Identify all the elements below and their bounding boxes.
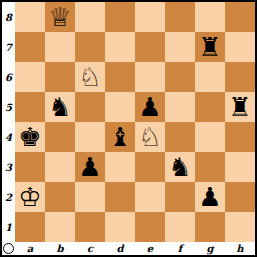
- square-c3[interactable]: ♟: [75, 152, 105, 182]
- square-b5[interactable]: ♞: [45, 92, 75, 122]
- white-queen-b8[interactable]: ♕: [48, 2, 71, 32]
- square-c1[interactable]: [75, 212, 105, 242]
- chess-board: ♕♜♘♞♟♜♚♝♘♟♞♔♟: [15, 2, 255, 242]
- square-a8[interactable]: [15, 2, 45, 32]
- rank-label-4: 4: [2, 122, 15, 152]
- square-f8[interactable]: [165, 2, 195, 32]
- black-pawn-c3[interactable]: ♟: [78, 152, 101, 182]
- square-c8[interactable]: [75, 2, 105, 32]
- square-a1[interactable]: [15, 212, 45, 242]
- rank-label-1: 1: [2, 212, 15, 242]
- square-b4[interactable]: [45, 122, 75, 152]
- black-pawn-e5[interactable]: ♟: [138, 92, 161, 122]
- black-rook-g7[interactable]: ♜: [198, 32, 221, 62]
- square-e7[interactable]: [135, 32, 165, 62]
- black-pawn-g2[interactable]: ♟: [198, 182, 221, 212]
- square-f7[interactable]: [165, 32, 195, 62]
- square-g6[interactable]: [195, 62, 225, 92]
- file-label-d: d: [105, 242, 135, 255]
- file-label-a: a: [15, 242, 45, 255]
- file-label-e: e: [135, 242, 165, 255]
- rank-label-3: 3: [2, 152, 15, 182]
- square-g3[interactable]: [195, 152, 225, 182]
- square-b3[interactable]: [45, 152, 75, 182]
- white-knight-e4[interactable]: ♘: [138, 122, 161, 152]
- square-g8[interactable]: [195, 2, 225, 32]
- black-bishop-d4[interactable]: ♝: [108, 122, 131, 152]
- square-c4[interactable]: [75, 122, 105, 152]
- square-a2[interactable]: ♔: [15, 182, 45, 212]
- square-g7[interactable]: ♜: [195, 32, 225, 62]
- square-d7[interactable]: [105, 32, 135, 62]
- square-b8[interactable]: ♕: [45, 2, 75, 32]
- square-a3[interactable]: [15, 152, 45, 182]
- square-c7[interactable]: [75, 32, 105, 62]
- square-c6[interactable]: ♘: [75, 62, 105, 92]
- square-f3[interactable]: ♞: [165, 152, 195, 182]
- square-b6[interactable]: [45, 62, 75, 92]
- square-d4[interactable]: ♝: [105, 122, 135, 152]
- square-d1[interactable]: [105, 212, 135, 242]
- square-h3[interactable]: [225, 152, 255, 182]
- file-labels: abcdefgh: [15, 242, 255, 255]
- square-b1[interactable]: [45, 212, 75, 242]
- square-e3[interactable]: [135, 152, 165, 182]
- square-g2[interactable]: ♟: [195, 182, 225, 212]
- square-d8[interactable]: [105, 2, 135, 32]
- square-h6[interactable]: [225, 62, 255, 92]
- square-f5[interactable]: [165, 92, 195, 122]
- square-d3[interactable]: [105, 152, 135, 182]
- square-a5[interactable]: [15, 92, 45, 122]
- square-a7[interactable]: [15, 32, 45, 62]
- black-knight-f3[interactable]: ♞: [168, 152, 191, 182]
- square-g4[interactable]: [195, 122, 225, 152]
- rank-label-7: 7: [2, 32, 15, 62]
- square-c2[interactable]: [75, 182, 105, 212]
- black-rook-h5[interactable]: ♜: [228, 92, 251, 122]
- square-f4[interactable]: [165, 122, 195, 152]
- white-knight-c6[interactable]: ♘: [78, 62, 101, 92]
- square-h2[interactable]: [225, 182, 255, 212]
- rank-label-2: 2: [2, 182, 15, 212]
- square-e6[interactable]: [135, 62, 165, 92]
- rank-labels: 87654321: [2, 2, 15, 242]
- square-h8[interactable]: [225, 2, 255, 32]
- white-king-a2[interactable]: ♔: [18, 182, 41, 212]
- square-g5[interactable]: [195, 92, 225, 122]
- square-h7[interactable]: [225, 32, 255, 62]
- square-b2[interactable]: [45, 182, 75, 212]
- square-h5[interactable]: ♜: [225, 92, 255, 122]
- file-label-h: h: [225, 242, 255, 255]
- square-h1[interactable]: [225, 212, 255, 242]
- side-to-move-indicator: [2, 242, 15, 255]
- square-e1[interactable]: [135, 212, 165, 242]
- square-a4[interactable]: ♚: [15, 122, 45, 152]
- square-g1[interactable]: [195, 212, 225, 242]
- square-f1[interactable]: [165, 212, 195, 242]
- square-e5[interactable]: ♟: [135, 92, 165, 122]
- square-c5[interactable]: [75, 92, 105, 122]
- square-f6[interactable]: [165, 62, 195, 92]
- square-e8[interactable]: [135, 2, 165, 32]
- chess-diagram: 87654321 ♕♜♘♞♟♜♚♝♘♟♞♔♟ abcdefgh: [0, 0, 257, 257]
- square-d2[interactable]: [105, 182, 135, 212]
- rank-label-8: 8: [2, 2, 15, 32]
- square-e2[interactable]: [135, 182, 165, 212]
- file-label-f: f: [165, 242, 195, 255]
- rank-label-6: 6: [2, 62, 15, 92]
- file-label-c: c: [75, 242, 105, 255]
- square-a6[interactable]: [15, 62, 45, 92]
- square-d6[interactable]: [105, 62, 135, 92]
- black-knight-b5[interactable]: ♞: [48, 92, 71, 122]
- square-b7[interactable]: [45, 32, 75, 62]
- white-to-move-circle-icon: [3, 243, 14, 254]
- black-king-a4[interactable]: ♚: [18, 122, 41, 152]
- square-d5[interactable]: [105, 92, 135, 122]
- rank-label-5: 5: [2, 92, 15, 122]
- square-f2[interactable]: [165, 182, 195, 212]
- square-h4[interactable]: [225, 122, 255, 152]
- square-e4[interactable]: ♘: [135, 122, 165, 152]
- file-label-g: g: [195, 242, 225, 255]
- file-label-b: b: [45, 242, 75, 255]
